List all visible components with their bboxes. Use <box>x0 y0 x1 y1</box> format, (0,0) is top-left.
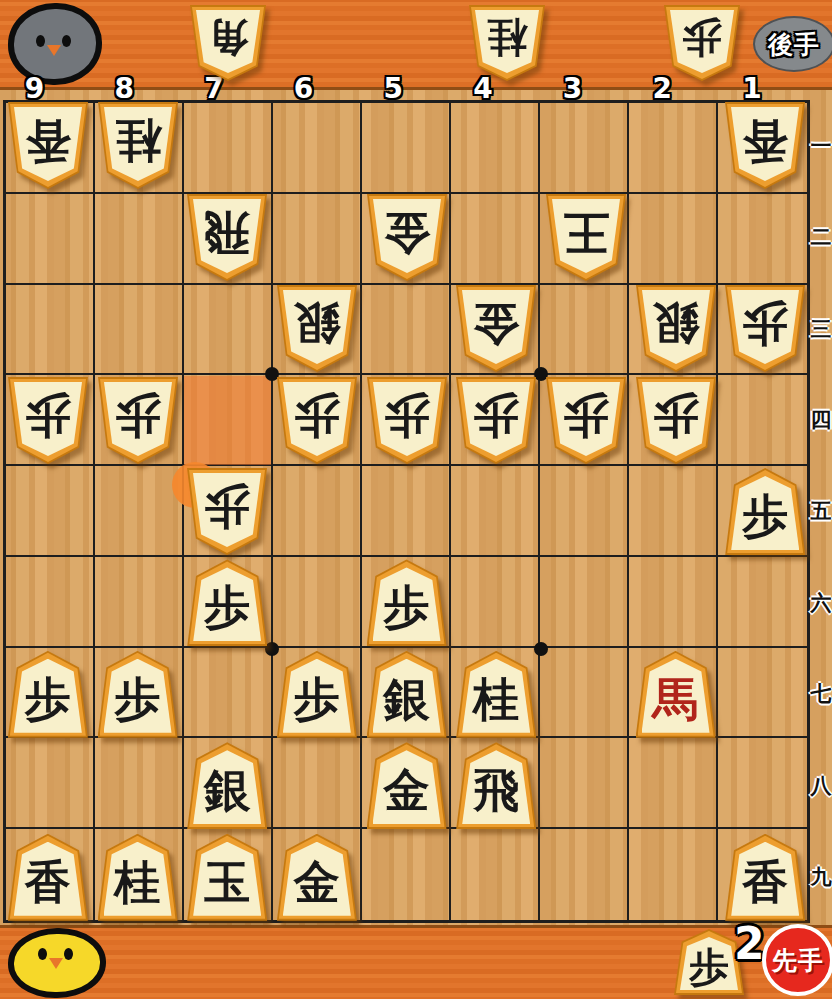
board-cell[interactable] <box>95 557 184 648</box>
piece-gote-pawn[interactable]: 歩 <box>187 468 267 555</box>
bird-beak <box>47 45 61 56</box>
rank-label: 五 <box>810 497 832 525</box>
piece-gote-knight[interactable]: 桂 <box>469 5 545 81</box>
piece-kanji: 金 <box>473 292 519 362</box>
piece-kanji: 歩 <box>25 384 71 454</box>
piece-kanji: 角 <box>208 10 248 73</box>
board-cell[interactable] <box>6 466 95 557</box>
chick-eye-left <box>38 948 47 960</box>
piece-kanji: 香 <box>25 844 71 914</box>
piece-kanji: 桂 <box>115 109 161 179</box>
piece-kanji: 歩 <box>115 661 161 731</box>
rank-label: 九 <box>810 863 832 891</box>
piece-sente-promoted-bishop[interactable]: 馬 <box>636 651 716 738</box>
board-cell[interactable] <box>451 103 540 194</box>
gote-badge: 後手 <box>753 16 832 72</box>
rank-label: 七 <box>810 680 832 708</box>
chick-beak <box>49 958 63 969</box>
board-cell[interactable] <box>540 285 629 376</box>
shogi-app: 後手 先手 987654321一二三四五六七八九香桂香飛金王銀金銀歩歩歩歩歩歩歩… <box>0 0 832 999</box>
piece-sente-lance[interactable]: 香 <box>725 834 805 921</box>
piece-gote-silver[interactable]: 銀 <box>636 285 716 372</box>
sente-badge: 先手 <box>762 924 832 996</box>
piece-kanji: 歩 <box>115 384 161 454</box>
piece-gote-silver[interactable]: 銀 <box>277 285 357 372</box>
board-cell[interactable] <box>6 557 95 648</box>
piece-kanji: 歩 <box>689 932 729 995</box>
board-cell[interactable] <box>362 829 451 920</box>
piece-sente-gold[interactable]: 金 <box>277 834 357 921</box>
file-label: 9 <box>0 72 80 105</box>
sente-badge-label: 先手 <box>772 944 824 977</box>
board-cell[interactable] <box>6 738 95 829</box>
piece-kanji: 飛 <box>204 201 250 271</box>
board-cell[interactable] <box>273 557 362 648</box>
sente-avatar-chick <box>8 928 106 998</box>
piece-kanji: 香 <box>742 109 788 179</box>
piece-kanji: 歩 <box>384 569 430 639</box>
hand-piece-count: 2 <box>734 918 765 969</box>
piece-sente-knight[interactable]: 桂 <box>98 834 178 921</box>
board-cell[interactable] <box>540 557 629 648</box>
piece-sente-pawn[interactable]: 歩 <box>187 559 267 646</box>
piece-kanji: 桂 <box>115 844 161 914</box>
bird-eye-right <box>62 35 71 47</box>
piece-sente-pawn[interactable]: 歩 <box>98 651 178 738</box>
file-label: 8 <box>79 72 169 105</box>
piece-sente-knight[interactable]: 桂 <box>456 651 536 738</box>
board-cell[interactable] <box>629 829 718 920</box>
piece-gote-king[interactable]: 王 <box>546 194 626 281</box>
board-cell[interactable] <box>451 466 540 557</box>
piece-kanji: 飛 <box>473 752 519 822</box>
piece-kanji: 歩 <box>204 569 250 639</box>
board-cell[interactable] <box>451 557 540 648</box>
piece-sente-lance[interactable]: 香 <box>8 834 88 921</box>
piece-kanji: 歩 <box>473 384 519 454</box>
board-cell[interactable] <box>629 466 718 557</box>
piece-kanji: 桂 <box>473 661 519 731</box>
piece-kanji: 歩 <box>294 661 340 731</box>
piece-sente-pawn[interactable]: 歩 <box>8 651 88 738</box>
board-cell[interactable] <box>184 285 273 376</box>
board-cell[interactable] <box>362 103 451 194</box>
piece-kanji: 金 <box>384 752 430 822</box>
piece-sente-silver[interactable]: 銀 <box>187 742 267 829</box>
piece-kanji: 王 <box>563 201 609 271</box>
piece-kanji: 銀 <box>204 752 250 822</box>
board-cell[interactable] <box>184 103 273 194</box>
piece-sente-king[interactable]: 玉 <box>187 834 267 921</box>
file-label: 6 <box>259 72 349 105</box>
board-cell[interactable] <box>184 648 273 739</box>
piece-kanji: 歩 <box>204 475 250 545</box>
board-cell[interactable] <box>540 648 629 739</box>
piece-kanji: 馬 <box>653 661 699 731</box>
board-cell[interactable] <box>95 466 184 557</box>
gote-badge-label: 後手 <box>768 28 820 61</box>
board-cell[interactable] <box>629 738 718 829</box>
rank-label: 六 <box>810 589 832 617</box>
piece-gote-lance[interactable]: 香 <box>8 102 88 189</box>
piece-kanji: 銀 <box>294 292 340 362</box>
piece-kanji: 銀 <box>653 292 699 362</box>
board-cell[interactable] <box>540 103 629 194</box>
rank-label: 二 <box>810 223 832 251</box>
board-cell[interactable] <box>273 738 362 829</box>
piece-sente-pawn[interactable]: 歩 <box>725 468 805 555</box>
piece-kanji: 桂 <box>487 10 527 73</box>
piece-kanji: 金 <box>384 201 430 271</box>
board-cell[interactable] <box>718 194 807 285</box>
file-label: 5 <box>348 72 438 105</box>
piece-gote-pawn[interactable]: 歩 <box>725 285 805 372</box>
piece-kanji: 歩 <box>384 384 430 454</box>
bird-eye-left <box>36 35 45 47</box>
piece-gote-pawn[interactable]: 歩 <box>367 377 447 464</box>
board-cell[interactable] <box>362 285 451 376</box>
board-cell[interactable] <box>273 103 362 194</box>
piece-kanji: 歩 <box>742 478 788 548</box>
piece-sente-pawn[interactable]: 歩 <box>277 651 357 738</box>
piece-gote-pawn[interactable]: 歩 <box>277 377 357 464</box>
board-cell[interactable] <box>6 194 95 285</box>
piece-gote-pawn[interactable]: 歩 <box>8 377 88 464</box>
rank-label: 三 <box>810 315 832 343</box>
board-cell[interactable] <box>451 829 540 920</box>
rank-label: 一 <box>810 132 832 160</box>
board-cell[interactable] <box>273 466 362 557</box>
board-cell[interactable] <box>718 648 807 739</box>
piece-kanji: 歩 <box>25 661 71 731</box>
piece-kanji: 歩 <box>682 10 722 73</box>
piece-sente-pawn[interactable]: 歩 <box>367 559 447 646</box>
piece-sente-rook[interactable]: 飛 <box>456 742 536 829</box>
piece-gote-pawn[interactable]: 歩 <box>636 377 716 464</box>
piece-gote-pawn[interactable]: 歩 <box>456 377 536 464</box>
piece-kanji: 歩 <box>742 292 788 362</box>
board-cell[interactable] <box>95 285 184 376</box>
last-move-from-highlight <box>184 376 271 464</box>
board-cell[interactable] <box>629 103 718 194</box>
board-cell[interactable] <box>718 738 807 829</box>
piece-gote-gold[interactable]: 金 <box>367 194 447 281</box>
board-cell[interactable] <box>540 738 629 829</box>
rank-label: 八 <box>810 772 832 800</box>
piece-gote-pawn[interactable]: 歩 <box>98 377 178 464</box>
piece-kanji: 歩 <box>563 384 609 454</box>
piece-kanji: 歩 <box>653 384 699 454</box>
board-cell[interactable] <box>540 829 629 920</box>
piece-gote-knight[interactable]: 桂 <box>98 102 178 189</box>
board-cell[interactable] <box>629 557 718 648</box>
board-cell[interactable] <box>451 194 540 285</box>
chick-eye-right <box>64 948 73 960</box>
piece-gote-rook[interactable]: 飛 <box>187 194 267 281</box>
board-cell[interactable] <box>95 738 184 829</box>
board-cell[interactable] <box>273 194 362 285</box>
board-cell[interactable] <box>362 466 451 557</box>
piece-kanji: 香 <box>742 844 788 914</box>
piece-sente-gold[interactable]: 金 <box>367 742 447 829</box>
piece-kanji: 歩 <box>294 384 340 454</box>
piece-gote-bishop[interactable]: 角 <box>190 5 266 81</box>
piece-gote-pawn[interactable]: 歩 <box>546 377 626 464</box>
board-cell[interactable] <box>718 557 807 648</box>
board-cell[interactable] <box>540 466 629 557</box>
piece-sente-silver[interactable]: 銀 <box>367 651 447 738</box>
board-cell[interactable] <box>95 194 184 285</box>
piece-gote-pawn[interactable]: 歩 <box>664 5 740 81</box>
board-cell[interactable] <box>6 285 95 376</box>
board-cell[interactable] <box>718 375 807 466</box>
rank-label: 四 <box>810 406 832 434</box>
piece-kanji: 香 <box>25 109 71 179</box>
board-cell[interactable] <box>629 194 718 285</box>
piece-gote-gold[interactable]: 金 <box>456 285 536 372</box>
piece-kanji: 銀 <box>384 661 430 731</box>
piece-kanji: 金 <box>294 844 340 914</box>
piece-kanji: 玉 <box>204 844 250 914</box>
piece-gote-lance[interactable]: 香 <box>725 102 805 189</box>
